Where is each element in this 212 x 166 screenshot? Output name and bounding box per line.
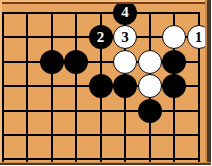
- grid-line-vertical: [26, 50, 28, 74]
- grid-line-vertical: [26, 123, 28, 147]
- intersection-3-4[interactable]: [39, 74, 64, 98]
- intersection-4-4[interactable]: [64, 74, 89, 98]
- intersection-3-3[interactable]: [39, 50, 64, 74]
- board-grid: 4231: [0, 1, 211, 165]
- intersection-2-5[interactable]: [15, 98, 40, 122]
- black-stone: [113, 74, 137, 98]
- grid-line-vertical: [198, 12, 200, 25]
- frame-edge-top: [0, 2, 211, 4]
- black-stone-move-2: 2: [89, 25, 113, 49]
- intersection-5-4[interactable]: [88, 74, 113, 98]
- black-stone-move-4: 4: [113, 1, 137, 25]
- intersection-4-5[interactable]: [64, 98, 89, 122]
- grid-line-vertical: [173, 98, 175, 122]
- intersection-5-3[interactable]: [88, 50, 113, 74]
- grid-line-vertical: [198, 74, 200, 98]
- intersection-5-5[interactable]: [88, 98, 113, 122]
- intersection-2-3[interactable]: [15, 50, 40, 74]
- white-stone: [162, 25, 186, 49]
- grid-line-vertical: [124, 98, 126, 122]
- black-stone: [64, 50, 88, 74]
- intersection-7-3[interactable]: [137, 50, 162, 74]
- grid-line-vertical: [100, 123, 102, 147]
- black-stone: [162, 74, 186, 98]
- grid-line-vertical: [198, 123, 200, 147]
- intersection-6-1[interactable]: 4: [113, 1, 138, 25]
- black-stone: [40, 50, 64, 74]
- grid-line-vertical: [26, 12, 28, 25]
- grid-line-vertical: [75, 123, 77, 147]
- grid-line-vertical: [51, 12, 53, 25]
- intersection-1-3[interactable]: [0, 50, 15, 74]
- intersection-8-6[interactable]: [162, 123, 187, 147]
- intersection-6-6[interactable]: [113, 123, 138, 147]
- grid-line-vertical: [51, 74, 53, 98]
- intersection-2-4[interactable]: [15, 74, 40, 98]
- grid-line-vertical: [51, 123, 53, 147]
- frame-edge-right: [207, 0, 212, 165]
- grid-line-vertical: [26, 25, 28, 49]
- intersection-1-2[interactable]: [0, 25, 15, 49]
- intersection-4-3[interactable]: [64, 50, 89, 74]
- intersection-8-4[interactable]: [162, 74, 187, 98]
- intersection-8-2[interactable]: [162, 25, 187, 49]
- intersection-5-6[interactable]: [88, 123, 113, 147]
- grid-line-vertical: [75, 98, 77, 122]
- intersection-6-5[interactable]: [113, 98, 138, 122]
- intersection-7-6[interactable]: [137, 123, 162, 147]
- black-stone: [162, 50, 186, 74]
- intersection-7-2[interactable]: [137, 25, 162, 49]
- grid-line-vertical: [124, 123, 126, 147]
- intersection-6-4[interactable]: [113, 74, 138, 98]
- grid-line-vertical: [149, 25, 151, 49]
- frame-edge-bottom: [0, 163, 211, 166]
- intersection-7-5[interactable]: [137, 98, 162, 122]
- grid-line-vertical: [149, 12, 151, 25]
- intersection-3-6[interactable]: [39, 123, 64, 147]
- intersection-8-1[interactable]: [162, 1, 187, 25]
- intersection-2-2[interactable]: [15, 25, 40, 49]
- grid-line-vertical: [198, 50, 200, 74]
- grid-line-vertical: [75, 25, 77, 49]
- intersection-5-2[interactable]: 2: [88, 25, 113, 49]
- grid-line-vertical: [100, 50, 102, 74]
- intersection-8-3[interactable]: [162, 50, 187, 74]
- grid-line-vertical: [51, 25, 53, 49]
- intersection-2-1[interactable]: [15, 1, 40, 25]
- white-stone: [138, 74, 162, 98]
- grid-line-vertical: [26, 98, 28, 122]
- intersection-7-1[interactable]: [137, 1, 162, 25]
- grid-line-vertical: [75, 74, 77, 98]
- grid-line-vertical: [173, 12, 175, 25]
- intersection-1-6[interactable]: [0, 123, 15, 147]
- intersection-4-2[interactable]: [64, 25, 89, 49]
- black-stone: [89, 74, 113, 98]
- intersection-3-1[interactable]: [39, 1, 64, 25]
- intersection-6-2[interactable]: 3: [113, 25, 138, 49]
- white-stone: [113, 50, 137, 74]
- intersection-3-5[interactable]: [39, 98, 64, 122]
- intersection-1-4[interactable]: [0, 74, 15, 98]
- intersection-2-6[interactable]: [15, 123, 40, 147]
- grid-line-vertical: [100, 98, 102, 122]
- white-stone: [138, 50, 162, 74]
- grid-line-vertical: [149, 123, 151, 147]
- intersection-4-6[interactable]: [64, 123, 89, 147]
- grid-line-vertical: [198, 98, 200, 122]
- intersection-8-5[interactable]: [162, 98, 187, 122]
- intersection-4-1[interactable]: [64, 1, 89, 25]
- go-board: 4231: [0, 0, 211, 165]
- intersection-5-1[interactable]: [88, 1, 113, 25]
- intersection-1-1[interactable]: [0, 1, 15, 25]
- white-stone-move-3: 3: [113, 25, 137, 49]
- grid-line-vertical: [100, 12, 102, 25]
- black-stone: [138, 99, 162, 123]
- intersection-7-4[interactable]: [137, 74, 162, 98]
- grid-line-vertical: [26, 74, 28, 98]
- grid-line-vertical: [75, 12, 77, 25]
- grid-line-vertical: [51, 98, 53, 122]
- intersection-3-2[interactable]: [39, 25, 64, 49]
- frame-edge-left-highlight: [0, 0, 2, 165]
- intersection-6-3[interactable]: [113, 50, 138, 74]
- intersection-1-5[interactable]: [0, 98, 15, 122]
- grid-line-vertical: [173, 123, 175, 147]
